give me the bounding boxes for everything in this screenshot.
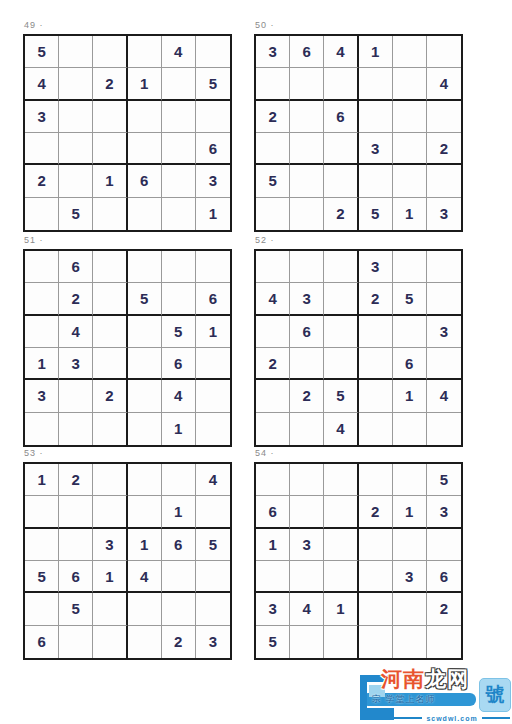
sudoku-cell-given: 1 [256,529,290,561]
sudoku-cell-empty [324,283,358,315]
sudoku-cell-empty [162,283,196,315]
sudoku-board: 54421536216351 [23,34,232,232]
sudoku-cell-given: 4 [162,36,196,68]
sudoku-cell-given: 5 [25,561,59,593]
sudoku-cell-given: 2 [25,165,59,197]
sudoku-cell-empty [256,198,290,230]
sudoku-cell-given: 1 [128,68,162,100]
sudoku-cell-given: 1 [93,561,127,593]
sudoku-cell-empty [359,316,393,348]
sudoku-cell-given: 1 [162,496,196,528]
sudoku-cell-given: 3 [59,348,93,380]
sudoku-cell-empty [128,496,162,528]
sudoku-cell-given: 5 [25,36,59,68]
sudoku-cell-given: 1 [93,165,127,197]
sudoku-cell-empty [427,36,461,68]
sudoku-cell-empty [25,413,59,445]
sudoku-cell-empty [25,251,59,283]
sudoku-cell-given: 5 [59,593,93,625]
sudoku-cell-empty [290,101,324,133]
sudoku-cell-empty [290,464,324,496]
sudoku-cell-empty [93,251,127,283]
sudoku-cell-given: 2 [427,133,461,165]
sudoku-cell-empty [290,496,324,528]
sudoku-cell-given: 1 [196,316,230,348]
sudoku-cell-empty [93,283,127,315]
sudoku-cell-empty [162,593,196,625]
sudoku-cell-given: 1 [393,380,427,412]
puzzle-number-label: 50 · [255,20,463,31]
sudoku-cell-empty [128,380,162,412]
sudoku-cell-empty [290,413,324,445]
sudoku-cell-empty [393,251,427,283]
puzzle-number-label: 49 · [24,20,232,31]
sudoku-cell-empty [256,464,290,496]
sudoku-cell-empty [25,133,59,165]
sudoku-cell-empty [324,133,358,165]
site-name-part1: 河南 [381,667,425,690]
sudoku-cell-empty [93,496,127,528]
sudoku-cell-empty [324,251,358,283]
sudoku-cell-empty [93,464,127,496]
sudoku-cell-empty [59,529,93,561]
site-name-part2: 龙网 [425,667,469,690]
sudoku-cell-empty [427,165,461,197]
sudoku-cell-given: 3 [359,133,393,165]
sudoku-cell-empty [25,198,59,230]
sudoku-cell-empty [162,165,196,197]
sudoku-cell-empty [359,593,393,625]
sudoku-cell-empty [290,133,324,165]
puzzle-number-label: 52 · [255,235,463,246]
sudoku-cell-given: 1 [128,529,162,561]
sudoku-cell-given: 4 [324,413,358,445]
puzzle-52: 52 · 34325632625144 [254,235,463,447]
sudoku-cell-empty [256,316,290,348]
sudoku-cell-given: 5 [359,198,393,230]
sudoku-cell-empty [59,413,93,445]
sudoku-cell-empty [59,165,93,197]
sudoku-cell-given: 2 [93,380,127,412]
sudoku-cell-empty [59,496,93,528]
sudoku-cell-empty [59,36,93,68]
sudoku-cell-given: 4 [196,464,230,496]
sudoku-cell-empty [59,68,93,100]
sudoku-cell-given: 4 [128,561,162,593]
sudoku-cell-empty [128,251,162,283]
sudoku-cell-given: 2 [93,68,127,100]
sudoku-cell-given: 6 [256,496,290,528]
sudoku-cell-empty [128,101,162,133]
sudoku-cell-empty [128,316,162,348]
sudoku-cell-empty [93,348,127,380]
sudoku-cell-empty [427,348,461,380]
puzzle-50: 50 · 36414263252513 [254,20,463,232]
sudoku-cell-empty [25,316,59,348]
sudoku-cell-empty [256,68,290,100]
sudoku-cell-empty [196,251,230,283]
sudoku-cell-empty [59,380,93,412]
sudoku-cell-empty [427,529,461,561]
sudoku-board: 34325632625144 [254,249,463,447]
sudoku-cell-empty [290,626,324,658]
sudoku-cell-empty [290,68,324,100]
sudoku-cell-empty [324,496,358,528]
sudoku-cell-given: 6 [59,561,93,593]
sudoku-cell-given: 6 [393,348,427,380]
seal-stamp-icon: 號 [479,678,511,712]
sudoku-cell-empty [128,36,162,68]
sudoku-cell-empty [427,413,461,445]
sudoku-cell-empty [393,133,427,165]
sudoku-cell-empty [324,68,358,100]
sudoku-cell-given: 1 [324,593,358,625]
sudoku-cell-empty [359,464,393,496]
sudoku-cell-given: 5 [427,464,461,496]
sudoku-cell-empty [324,165,358,197]
sudoku-cell-empty [393,36,427,68]
sudoku-cell-empty [25,496,59,528]
sudoku-cell-given: 2 [59,464,93,496]
sudoku-cell-given: 2 [290,380,324,412]
sudoku-cell-given: 5 [196,529,230,561]
sudoku-cell-given: 6 [162,348,196,380]
sudoku-cell-empty [162,251,196,283]
sudoku-cell-empty [324,316,358,348]
sudoku-cell-given: 5 [324,380,358,412]
sudoku-cell-empty [427,251,461,283]
sudoku-cell-empty [359,101,393,133]
sudoku-cell-empty [393,593,427,625]
sudoku-cell-given: 3 [290,529,324,561]
watermark-tagline: 宗 学堂上名师 [372,694,476,705]
sudoku-cell-given: 5 [256,165,290,197]
sudoku-cell-given: 1 [25,348,59,380]
sudoku-cell-empty [128,464,162,496]
sudoku-cell-given: 3 [256,36,290,68]
puzzle-51: 51 · 62564511363241 [23,235,232,447]
sudoku-cell-given: 4 [25,68,59,100]
sudoku-cell-given: 5 [59,198,93,230]
sudoku-cell-empty [25,529,59,561]
sudoku-cell-empty [393,464,427,496]
sudoku-cell-empty [324,561,358,593]
sudoku-cell-given: 6 [324,101,358,133]
sudoku-cell-empty [59,626,93,658]
sudoku-cell-empty [93,101,127,133]
sudoku-cell-empty [427,101,461,133]
sudoku-cell-given: 5 [162,316,196,348]
sudoku-cell-given: 6 [290,316,324,348]
sudoku-cell-given: 2 [162,626,196,658]
sudoku-cell-given: 6 [162,529,196,561]
site-domain: scwdwl.com [394,713,510,723]
sudoku-cell-given: 6 [59,251,93,283]
sudoku-cell-empty [290,251,324,283]
sudoku-cell-empty [256,133,290,165]
sudoku-cell-empty [393,101,427,133]
sudoku-cell-empty [359,165,393,197]
sudoku-cell-given: 5 [393,283,427,315]
sudoku-cell-empty [25,283,59,315]
sudoku-cell-empty [93,316,127,348]
sudoku-cell-empty [196,593,230,625]
sudoku-cell-empty [393,316,427,348]
sudoku-cell-empty [162,464,196,496]
sudoku-cell-given: 6 [196,283,230,315]
sudoku-cell-empty [162,561,196,593]
sudoku-cell-empty [393,165,427,197]
sudoku-cell-given: 3 [427,316,461,348]
sudoku-cell-given: 2 [59,283,93,315]
sudoku-cell-empty [196,561,230,593]
sudoku-cell-empty [196,496,230,528]
sudoku-cell-given: 4 [427,68,461,100]
sudoku-cell-given: 4 [256,283,290,315]
sudoku-cell-given: 6 [290,36,324,68]
sudoku-cell-empty [290,165,324,197]
sudoku-cell-given: 3 [359,251,393,283]
sudoku-cell-given: 2 [324,198,358,230]
sudoku-sheet: { "game": "sudoku", "variant": "6x6 grid… [0,0,512,724]
puzzle-number-label: 51 · [24,235,232,246]
sudoku-cell-empty [196,380,230,412]
sudoku-cell-given: 3 [256,593,290,625]
site-watermark: 河南龙网 宗 学堂上名师 號 scwdwl.com [360,666,512,724]
sudoku-cell-empty [359,68,393,100]
sudoku-cell-given: 1 [25,464,59,496]
sudoku-cell-empty [162,198,196,230]
sudoku-cell-given: 3 [196,626,230,658]
sudoku-cell-empty [290,198,324,230]
sudoku-cell-given: 3 [427,496,461,528]
sudoku-board: 56213133634125 [254,462,463,660]
sudoku-cell-given: 1 [359,36,393,68]
puzzle-53: 53 · 1241316556145623 [23,448,232,660]
sudoku-cell-given: 4 [162,380,196,412]
sudoku-cell-given: 5 [196,68,230,100]
sudoku-cell-given: 1 [196,198,230,230]
sudoku-cell-empty [128,348,162,380]
sudoku-cell-empty [196,413,230,445]
sudoku-cell-empty [359,529,393,561]
sudoku-cell-empty [59,133,93,165]
sudoku-cell-given: 3 [290,283,324,315]
site-name: 河南龙网 [381,667,469,691]
sudoku-cell-given: 6 [196,133,230,165]
sudoku-cell-empty [359,561,393,593]
sudoku-cell-empty [359,348,393,380]
sudoku-cell-empty [196,348,230,380]
sudoku-cell-given: 6 [128,165,162,197]
sudoku-cell-given: 2 [359,283,393,315]
sudoku-cell-empty [393,68,427,100]
puzzle-54: 54 · 56213133634125 [254,448,463,660]
sudoku-cell-empty [393,529,427,561]
sudoku-cell-empty [59,101,93,133]
puzzle-49: 49 · 54421536216351 [23,20,232,232]
sudoku-cell-empty [256,561,290,593]
sudoku-cell-empty [359,626,393,658]
sudoku-cell-empty [128,133,162,165]
sudoku-cell-empty [93,626,127,658]
sudoku-cell-given: 3 [93,529,127,561]
puzzle-number-label: 54 · [255,448,463,459]
sudoku-cell-empty [290,561,324,593]
sudoku-cell-empty [324,464,358,496]
sudoku-cell-given: 5 [128,283,162,315]
sudoku-cell-empty [427,626,461,658]
sudoku-cell-empty [359,413,393,445]
sudoku-cell-empty [162,101,196,133]
sudoku-board: 1241316556145623 [23,462,232,660]
sudoku-cell-given: 4 [324,36,358,68]
sudoku-cell-empty [25,593,59,625]
sudoku-cell-given: 1 [393,198,427,230]
sudoku-cell-empty [93,133,127,165]
sudoku-cell-given: 2 [359,496,393,528]
sudoku-cell-given: 6 [427,561,461,593]
sudoku-cell-empty [128,198,162,230]
sudoku-cell-given: 4 [427,380,461,412]
sudoku-cell-empty [290,348,324,380]
puzzle-number-label: 53 · [24,448,232,459]
sudoku-cell-empty [359,380,393,412]
sudoku-cell-empty [256,251,290,283]
sudoku-cell-empty [196,36,230,68]
sudoku-cell-empty [128,593,162,625]
sudoku-cell-empty [256,380,290,412]
sudoku-cell-empty [93,593,127,625]
sudoku-cell-empty [427,283,461,315]
sudoku-cell-empty [393,413,427,445]
sudoku-cell-given: 1 [393,496,427,528]
sudoku-cell-given: 4 [290,593,324,625]
sudoku-cell-empty [324,348,358,380]
sudoku-cell-empty [256,413,290,445]
sudoku-board: 62564511363241 [23,249,232,447]
sudoku-cell-empty [93,36,127,68]
sudoku-cell-empty [93,198,127,230]
sudoku-board: 36414263252513 [254,34,463,232]
sudoku-cell-empty [128,413,162,445]
sudoku-cell-given: 2 [256,101,290,133]
sudoku-cell-given: 5 [256,626,290,658]
sudoku-cell-given: 2 [427,593,461,625]
sudoku-cell-empty [324,529,358,561]
sudoku-cell-empty [162,68,196,100]
sudoku-cell-given: 3 [393,561,427,593]
sudoku-cell-given: 2 [256,348,290,380]
sudoku-cell-given: 3 [427,198,461,230]
sudoku-cell-empty [128,626,162,658]
sudoku-cell-given: 3 [25,380,59,412]
sudoku-cell-empty [324,626,358,658]
sudoku-cell-given: 1 [162,413,196,445]
sudoku-cell-given: 6 [25,626,59,658]
sudoku-cell-given: 4 [59,316,93,348]
sudoku-cell-empty [162,133,196,165]
sudoku-cell-empty [393,626,427,658]
sudoku-cell-given: 3 [25,101,59,133]
sudoku-cell-empty [93,413,127,445]
sudoku-cell-given: 3 [196,165,230,197]
sudoku-cell-empty [196,101,230,133]
